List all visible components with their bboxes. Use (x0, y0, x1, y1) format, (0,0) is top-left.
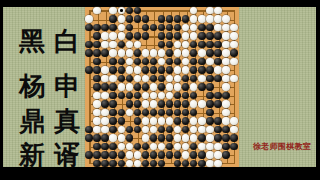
black-stone (206, 92, 213, 99)
white-stone (118, 7, 125, 14)
white-player-column-char: 白 (52, 26, 82, 56)
white-stone (214, 24, 221, 31)
black-stone (182, 160, 189, 167)
black-stone (198, 151, 205, 158)
white-stone (222, 15, 229, 22)
black-stone (158, 41, 165, 48)
white-stone (190, 83, 197, 90)
black-stone (93, 160, 100, 167)
black-stone (182, 83, 189, 90)
white-stone (118, 32, 125, 39)
black-stone (198, 24, 205, 31)
black-stone (150, 134, 157, 141)
black-stone (214, 32, 221, 39)
white-stone (222, 58, 229, 65)
black-stone (166, 32, 173, 39)
black-stone (150, 151, 157, 158)
black-stone (101, 134, 108, 141)
white-stone (134, 75, 141, 82)
white-stone (206, 15, 213, 22)
black-stone (166, 24, 173, 31)
black-stone (206, 109, 213, 116)
white-stone (134, 160, 141, 167)
black-stone (214, 75, 221, 82)
black-stone (198, 32, 205, 39)
black-stone (93, 32, 100, 39)
white-stone (166, 117, 173, 124)
white-stone (214, 7, 221, 14)
black-stone (190, 75, 197, 82)
black-stone (85, 49, 92, 56)
black-stone (101, 49, 108, 56)
black-stone (93, 24, 100, 31)
black-stone (142, 32, 149, 39)
black-stone (158, 24, 165, 31)
black-stone (118, 92, 125, 99)
black-stone (93, 49, 100, 56)
white-stone (126, 151, 133, 158)
white-stone (150, 49, 157, 56)
black-stone (109, 58, 116, 65)
black-stone (101, 143, 108, 150)
black-stone (126, 92, 133, 99)
black-stone (134, 117, 141, 124)
black-stone (142, 109, 149, 116)
black-stone (158, 126, 165, 133)
white-stone (206, 58, 213, 65)
white-stone (198, 117, 205, 124)
white-stone (222, 100, 229, 107)
white-stone (142, 92, 149, 99)
black-stone (174, 92, 181, 99)
white-stone (190, 126, 197, 133)
black-stone (198, 83, 205, 90)
white-stone (126, 41, 133, 48)
white-stone (206, 143, 213, 150)
white-stone (126, 58, 133, 65)
black-stone (190, 151, 197, 158)
white-stone (174, 75, 181, 82)
white-stone (182, 143, 189, 150)
black-stone (182, 109, 189, 116)
white-stone (182, 32, 189, 39)
black-stone (118, 117, 125, 124)
black-stone (214, 92, 221, 99)
white-stone (214, 143, 221, 150)
black-stone (174, 15, 181, 22)
black-stone (206, 100, 213, 107)
black-stone (222, 92, 229, 99)
white-stone (230, 126, 237, 133)
white-stone (214, 160, 221, 167)
white-stone (126, 109, 133, 116)
white-stone (206, 160, 213, 167)
white-stone (190, 32, 197, 39)
black-stone (174, 151, 181, 158)
black-stone (109, 100, 116, 107)
white-stone (174, 49, 181, 56)
black-stone (158, 15, 165, 22)
black-stone (109, 24, 116, 31)
white-stone (190, 117, 197, 124)
white-stone (93, 117, 100, 124)
black-stone (182, 100, 189, 107)
black-stone (118, 75, 125, 82)
white-stone (206, 134, 213, 141)
black-stone (230, 49, 237, 56)
black-stone (93, 58, 100, 65)
white-stone (142, 100, 149, 107)
black-stone (93, 151, 100, 158)
black-stone (126, 15, 133, 22)
white-stone (101, 109, 108, 116)
black-stone (182, 15, 189, 22)
black-stone (206, 83, 213, 90)
white-stone (190, 24, 197, 31)
black-stone (174, 109, 181, 116)
white-stone (93, 7, 100, 14)
black-stone (230, 143, 237, 150)
black-stone (206, 66, 213, 73)
white-stone (118, 15, 125, 22)
black-stone (142, 24, 149, 31)
black-stone (85, 41, 92, 48)
black-stone (85, 134, 92, 141)
black-stone (109, 160, 116, 167)
black-stone (222, 151, 229, 158)
black-stone (93, 83, 100, 90)
white-stone (222, 83, 229, 90)
white-stone (190, 100, 197, 107)
black-stone (93, 134, 100, 141)
black-stone (109, 66, 116, 73)
black-stone (214, 58, 221, 65)
white-stone (118, 143, 125, 150)
black-stone (142, 66, 149, 73)
white-stone (222, 24, 229, 31)
white-player-column-char: 真 (52, 106, 82, 136)
black-stone (182, 117, 189, 124)
white-stone (93, 92, 100, 99)
black-stone (150, 160, 157, 167)
black-stone (198, 41, 205, 48)
white-stone (126, 143, 133, 150)
white-stone (222, 66, 229, 73)
black-stone (118, 151, 125, 158)
black-stone (93, 143, 100, 150)
white-stone (150, 83, 157, 90)
white-stone (174, 66, 181, 73)
black-stone (134, 49, 141, 56)
black-stone (190, 66, 197, 73)
white-stone (182, 58, 189, 65)
white-stone (222, 41, 229, 48)
white-stone (230, 117, 237, 124)
black-stone (85, 66, 92, 73)
black-stone (166, 134, 173, 141)
black-stone (166, 41, 173, 48)
black-player-column-char: 黑 (17, 26, 47, 56)
black-stone (126, 75, 133, 82)
white-player-column-char: 申 (52, 71, 82, 101)
black-stone (126, 32, 133, 39)
black-stone (222, 126, 229, 133)
white-stone (109, 134, 116, 141)
white-stone (93, 100, 100, 107)
black-stone (101, 100, 108, 107)
black-stone (182, 75, 189, 82)
video-frame: 黑杨鼎新白申真谞 徐老师围棋教室 (0, 0, 320, 180)
white-stone (85, 15, 92, 22)
white-stone (118, 24, 125, 31)
white-stone (142, 126, 149, 133)
black-stone (150, 24, 157, 31)
black-stone (174, 32, 181, 39)
white-stone (198, 75, 205, 82)
white-stone (198, 143, 205, 150)
black-stone (158, 83, 165, 90)
black-stone (198, 134, 205, 141)
black-stone (109, 15, 116, 22)
black-stone (134, 58, 141, 65)
white-stone (158, 143, 165, 150)
white-stone (101, 41, 108, 48)
white-stone (101, 32, 108, 39)
white-stone (222, 109, 229, 116)
black-stone (150, 58, 157, 65)
white-stone (230, 41, 237, 48)
black-stone (142, 15, 149, 22)
black-stone (126, 126, 133, 133)
black-stone (109, 126, 116, 133)
white-stone (101, 117, 108, 124)
stones-layer (89, 10, 235, 164)
white-stone (206, 151, 213, 158)
white-stone (101, 75, 108, 82)
white-stone (166, 92, 173, 99)
white-stone (150, 92, 157, 99)
black-player-column-char: 鼎 (17, 106, 47, 136)
black-stone (174, 100, 181, 107)
black-stone (158, 151, 165, 158)
black-stone (101, 151, 108, 158)
black-stone (101, 24, 108, 31)
black-stone (206, 117, 213, 124)
white-stone (174, 126, 181, 133)
white-stone (134, 151, 141, 158)
white-stone (182, 41, 189, 48)
black-stone (166, 66, 173, 73)
black-stone (93, 66, 100, 73)
black-player-column-char: 新 (17, 140, 47, 170)
black-stone (206, 32, 213, 39)
black-stone (158, 160, 165, 167)
goban (85, 7, 239, 167)
black-stone (134, 126, 141, 133)
black-stone (166, 151, 173, 158)
black-stone (134, 15, 141, 22)
white-stone (230, 75, 237, 82)
white-stone (101, 66, 108, 73)
white-stone (126, 83, 133, 90)
black-stone (158, 109, 165, 116)
white-stone (206, 7, 213, 14)
black-stone (150, 109, 157, 116)
white-stone (150, 126, 157, 133)
black-stone (190, 58, 197, 65)
black-stone (109, 143, 116, 150)
black-stone (150, 66, 157, 73)
black-stone (134, 143, 141, 150)
black-stone (222, 143, 229, 150)
white-stone (222, 117, 229, 124)
white-stone (174, 134, 181, 141)
black-stone (214, 126, 221, 133)
black-stone (126, 7, 133, 14)
white-stone (174, 41, 181, 48)
white-stone (126, 160, 133, 167)
black-stone (109, 151, 116, 158)
black-stone (158, 75, 165, 82)
white-stone (142, 75, 149, 82)
black-stone (134, 100, 141, 107)
black-stone (198, 66, 205, 73)
white-stone (182, 24, 189, 31)
black-stone (174, 117, 181, 124)
white-stone (198, 15, 205, 22)
classroom-watermark: 徐老师围棋教室 (253, 141, 315, 152)
black-stone (166, 100, 173, 107)
black-stone (118, 109, 125, 116)
black-stone (85, 151, 92, 158)
black-stone (190, 109, 197, 116)
black-stone (134, 7, 141, 14)
black-stone (85, 24, 92, 31)
black-stone (126, 24, 133, 31)
black-stone (109, 109, 116, 116)
white-stone (190, 7, 197, 14)
black-stone (118, 58, 125, 65)
white-stone (166, 75, 173, 82)
black-stone (182, 126, 189, 133)
black-stone (118, 66, 125, 73)
black-stone (118, 160, 125, 167)
white-stone (109, 7, 116, 14)
black-stone (166, 15, 173, 22)
black-stone (190, 143, 197, 150)
black-player-column-char: 杨 (17, 71, 47, 101)
black-stone (182, 92, 189, 99)
white-stone (109, 75, 116, 82)
white-stone (109, 49, 116, 56)
black-stone (85, 126, 92, 133)
black-stone (190, 160, 197, 167)
white-stone (134, 41, 141, 48)
white-stone (101, 126, 108, 133)
black-stone (158, 100, 165, 107)
white-stone (93, 126, 100, 133)
last-move-marker (120, 9, 123, 12)
white-stone (166, 83, 173, 90)
black-stone (134, 92, 141, 99)
black-stone (166, 109, 173, 116)
white-stone (126, 66, 133, 73)
white-stone (190, 15, 197, 22)
white-stone (150, 117, 157, 124)
white-stone (182, 49, 189, 56)
black-stone (206, 24, 213, 31)
black-stone (190, 49, 197, 56)
black-stone (198, 58, 205, 65)
black-stone (126, 134, 133, 141)
black-stone (230, 134, 237, 141)
black-stone (214, 100, 221, 107)
white-stone (214, 15, 221, 22)
white-stone (182, 134, 189, 141)
black-stone (109, 117, 116, 124)
black-stone (174, 58, 181, 65)
white-player-column-char: 谞 (52, 140, 82, 170)
white-stone (158, 58, 165, 65)
white-stone (109, 32, 116, 39)
white-stone (118, 49, 125, 56)
white-stone (174, 83, 181, 90)
black-stone (158, 32, 165, 39)
black-stone (166, 49, 173, 56)
black-stone (222, 134, 229, 141)
white-stone (93, 109, 100, 116)
white-stone (198, 100, 205, 107)
black-stone (142, 143, 149, 150)
white-stone (142, 49, 149, 56)
black-stone (126, 100, 133, 107)
black-stone (206, 49, 213, 56)
black-stone (214, 134, 221, 141)
white-stone (158, 92, 165, 99)
white-stone (198, 49, 205, 56)
player-names-panel: 黑杨鼎新白申真谞 (3, 7, 85, 167)
white-stone (190, 134, 197, 141)
white-stone (230, 24, 237, 31)
black-stone (134, 109, 141, 116)
white-stone (126, 49, 133, 56)
white-stone (182, 151, 189, 158)
white-stone (206, 126, 213, 133)
black-stone (101, 83, 108, 90)
black-stone (134, 83, 141, 90)
black-stone (158, 66, 165, 73)
black-stone (109, 92, 116, 99)
white-stone (222, 32, 229, 39)
white-stone (109, 41, 116, 48)
white-stone (118, 126, 125, 133)
white-stone (118, 134, 125, 141)
black-stone (174, 24, 181, 31)
black-stone (214, 41, 221, 48)
black-stone (150, 75, 157, 82)
black-stone (166, 58, 173, 65)
black-stone (214, 117, 221, 124)
white-stone (198, 126, 205, 133)
white-stone (142, 134, 149, 141)
black-stone (190, 41, 197, 48)
black-stone (198, 160, 205, 167)
white-stone (158, 117, 165, 124)
black-stone (142, 83, 149, 90)
white-stone (134, 66, 141, 73)
white-stone (230, 58, 237, 65)
black-stone (174, 160, 181, 167)
